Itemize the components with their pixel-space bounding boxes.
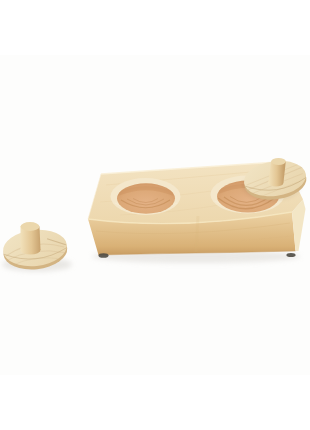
- right-peg-top: [271, 158, 286, 165]
- product-photo: [0, 0, 310, 430]
- board-foot-right: [286, 253, 295, 257]
- board-foot-left: [99, 253, 109, 258]
- left-peg-top: [21, 222, 40, 231]
- left-lid-peg: [21, 222, 41, 254]
- front-grain-streak: [196, 216, 198, 252]
- treat-puzzle-scene: [0, 0, 310, 430]
- left-cavity: [111, 178, 181, 215]
